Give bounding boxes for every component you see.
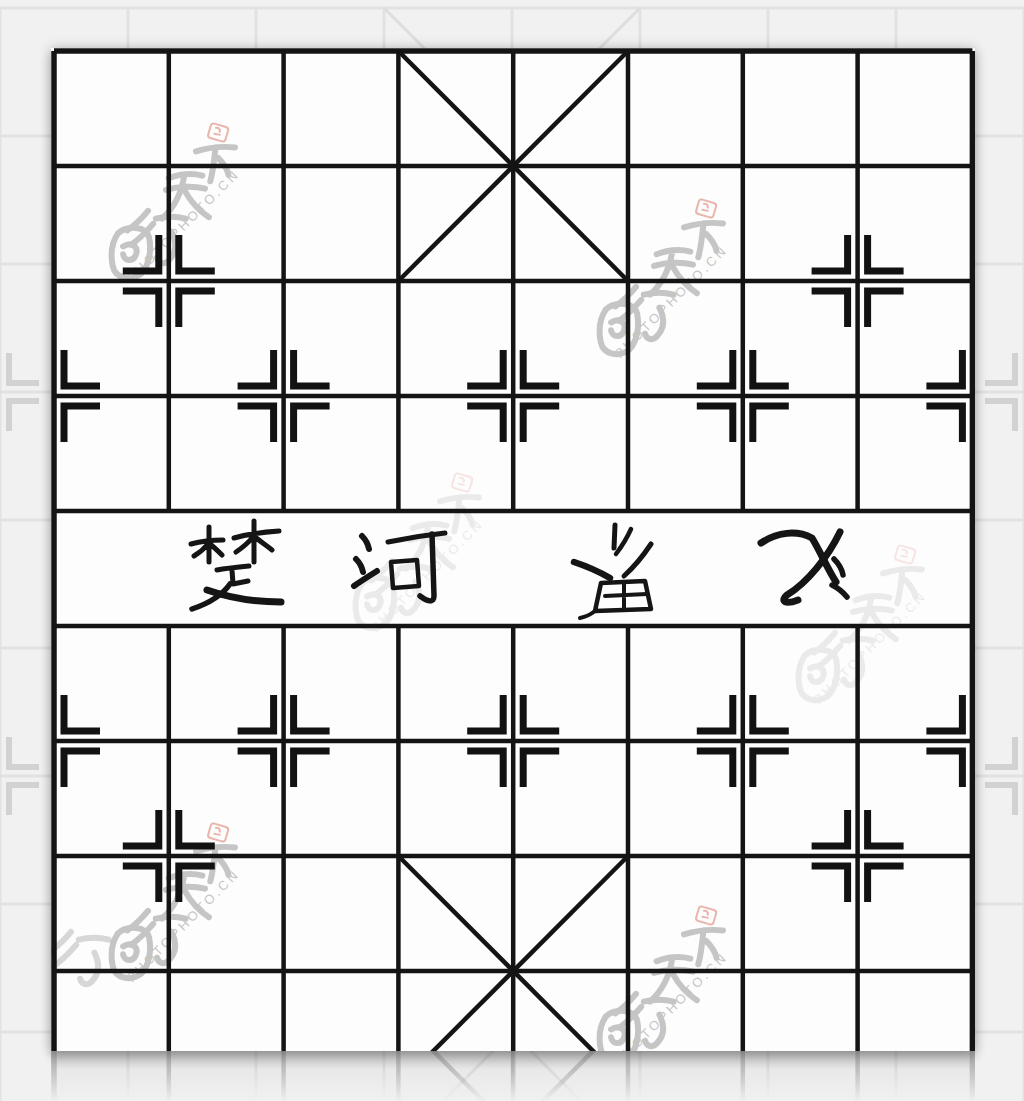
board-cell[interactable]	[398, 626, 513, 741]
board-cell[interactable]	[284, 626, 399, 741]
board-cell[interactable]	[628, 741, 743, 856]
board-lines-layer	[51, 1051, 975, 1101]
board-line	[398, 1051, 628, 1101]
board-cell[interactable]	[169, 166, 284, 281]
board-cell[interactable]	[169, 971, 284, 1051]
board-cell[interactable]	[398, 971, 513, 1051]
board-cell[interactable]	[858, 166, 973, 281]
board-grid	[54, 51, 972, 1051]
point-marker	[985, 401, 1015, 431]
board-cell[interactable]	[858, 281, 973, 396]
board-cell[interactable]	[513, 971, 628, 1051]
board-cell[interactable]	[284, 741, 399, 856]
board-cell[interactable]	[284, 166, 399, 281]
point-marker	[985, 353, 1015, 383]
board-cell[interactable]	[54, 396, 169, 511]
page-background: PHOTOPHOTO.CN	[0, 0, 1024, 1101]
board-cell[interactable]	[858, 856, 973, 971]
board-cell[interactable]	[54, 166, 169, 281]
board-cell[interactable]	[858, 626, 973, 741]
board-line	[398, 1051, 628, 1101]
board-cell[interactable]	[398, 741, 513, 856]
board-cell[interactable]	[398, 51, 513, 166]
board-cell[interactable]	[169, 396, 284, 511]
board-cell[interactable]	[743, 281, 858, 396]
board-cell[interactable]	[858, 396, 973, 511]
board-cell[interactable]	[54, 741, 169, 856]
board-cell[interactable]	[169, 626, 284, 741]
point-marker	[9, 737, 39, 767]
board-cell[interactable]	[858, 51, 973, 166]
board-cell[interactable]	[858, 741, 973, 856]
board-cell[interactable]	[169, 856, 284, 971]
board-cell[interactable]	[398, 396, 513, 511]
board-cell[interactable]	[513, 856, 628, 971]
board-cell[interactable]	[628, 396, 743, 511]
board-cell[interactable]	[54, 856, 169, 971]
board-cell[interactable]	[628, 971, 743, 1051]
board-cell[interactable]	[513, 281, 628, 396]
point-marker	[985, 737, 1015, 767]
board-cell[interactable]	[628, 511, 743, 626]
point-marker	[9, 785, 39, 815]
board-cell[interactable]	[284, 51, 399, 166]
board-cell[interactable]	[513, 396, 628, 511]
board-cell[interactable]	[743, 396, 858, 511]
board-cell[interactable]	[513, 166, 628, 281]
board-cell[interactable]	[169, 741, 284, 856]
board-cell[interactable]	[743, 741, 858, 856]
board-cell[interactable]	[628, 166, 743, 281]
board-cell[interactable]	[169, 281, 284, 396]
board-cell[interactable]	[628, 281, 743, 396]
point-marker	[9, 353, 39, 383]
board-cell[interactable]	[169, 511, 284, 626]
board-cell[interactable]	[743, 971, 858, 1051]
board-cell[interactable]	[858, 971, 973, 1051]
board-cell[interactable]	[743, 511, 858, 626]
board-bottom-reflection	[51, 1051, 975, 1101]
board-cell[interactable]	[398, 856, 513, 971]
board-cell[interactable]	[513, 741, 628, 856]
board-cell[interactable]	[398, 281, 513, 396]
board-cell[interactable]	[628, 51, 743, 166]
board-cell[interactable]	[54, 281, 169, 396]
board-cell[interactable]	[743, 856, 858, 971]
board-cell[interactable]	[858, 511, 973, 626]
board-cell[interactable]	[54, 626, 169, 741]
board-cell[interactable]	[54, 971, 169, 1051]
board-cell[interactable]	[743, 51, 858, 166]
board-cell[interactable]	[743, 626, 858, 741]
board-cell[interactable]	[398, 511, 513, 626]
board-cell[interactable]	[513, 626, 628, 741]
board-cell[interactable]	[284, 396, 399, 511]
board-cell[interactable]	[628, 856, 743, 971]
point-marker	[9, 401, 39, 431]
board-cell[interactable]	[284, 511, 399, 626]
board-cell[interactable]	[54, 511, 169, 626]
board-cell[interactable]	[743, 166, 858, 281]
point-marker	[985, 785, 1015, 815]
board-cell[interactable]	[513, 51, 628, 166]
board-cell[interactable]	[284, 856, 399, 971]
board-cell[interactable]	[169, 51, 284, 166]
board-cell[interactable]	[284, 281, 399, 396]
board-cell[interactable]	[398, 166, 513, 281]
xiangqi-board: PHOTOPHOTO.CN	[51, 48, 975, 1051]
board-cell[interactable]	[54, 51, 169, 166]
board-cell[interactable]	[284, 971, 399, 1051]
board-cell[interactable]	[628, 626, 743, 741]
board-cell[interactable]	[513, 511, 628, 626]
